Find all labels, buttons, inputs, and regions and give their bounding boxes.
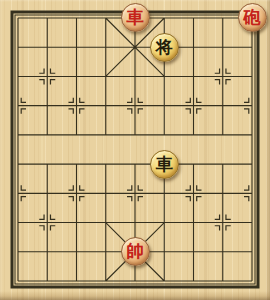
- intersection-f0-r5[interactable]: [3, 149, 32, 178]
- intersection-f6-r1[interactable]: [179, 33, 208, 62]
- intersection-f7-r3[interactable]: [208, 91, 237, 120]
- intersection-f1-r7[interactable]: [33, 208, 62, 237]
- intersection-f5-r0[interactable]: [150, 3, 179, 32]
- intersection-f7-r6[interactable]: [208, 179, 237, 208]
- intersection-f7-r0[interactable]: [208, 3, 237, 32]
- intersection-f2-r2[interactable]: [62, 62, 91, 91]
- black-general[interactable]: 将: [150, 33, 179, 62]
- intersection-f4-r9[interactable]: [120, 266, 149, 295]
- intersection-f8-r3[interactable]: [237, 91, 266, 120]
- intersection-f4-r7[interactable]: [120, 208, 149, 237]
- intersection-f6-r2[interactable]: [179, 62, 208, 91]
- piece-glyph: 車: [127, 9, 144, 26]
- intersection-f2-r6[interactable]: [62, 179, 91, 208]
- intersection-f4-r2[interactable]: [120, 62, 149, 91]
- intersection-f5-r4[interactable]: [150, 120, 179, 149]
- intersection-f5-r9[interactable]: [150, 266, 179, 295]
- intersection-f4-r5[interactable]: [120, 149, 149, 178]
- red-chariot[interactable]: 車: [121, 3, 150, 32]
- intersection-f1-r4[interactable]: [33, 120, 62, 149]
- intersection-f8-r9[interactable]: [237, 266, 266, 295]
- intersection-f0-r6[interactable]: [3, 179, 32, 208]
- intersection-f3-r7[interactable]: [91, 208, 120, 237]
- intersection-f8-r5[interactable]: [237, 149, 266, 178]
- intersection-f1-r8[interactable]: [33, 237, 62, 266]
- intersection-f3-r1[interactable]: [91, 33, 120, 62]
- xiangqi-board[interactable]: 車砲将車帥: [3, 3, 266, 295]
- piece-glyph: 将: [156, 38, 173, 55]
- intersection-f1-r3[interactable]: [33, 91, 62, 120]
- intersection-f3-r0[interactable]: [91, 3, 120, 32]
- intersection-f8-r0[interactable]: 砲: [237, 3, 266, 32]
- intersection-f7-r1[interactable]: [208, 33, 237, 62]
- intersection-f2-r0[interactable]: [62, 3, 91, 32]
- intersection-f5-r1[interactable]: 将: [150, 33, 179, 62]
- intersection-f3-r9[interactable]: [91, 266, 120, 295]
- red-general[interactable]: 帥: [121, 237, 150, 266]
- intersection-f6-r6[interactable]: [179, 179, 208, 208]
- intersection-f2-r7[interactable]: [62, 208, 91, 237]
- intersection-f0-r0[interactable]: [3, 3, 32, 32]
- intersection-f8-r8[interactable]: [237, 237, 266, 266]
- intersection-f7-r5[interactable]: [208, 149, 237, 178]
- black-chariot[interactable]: 車: [150, 150, 179, 179]
- intersection-f4-r4[interactable]: [120, 120, 149, 149]
- intersection-f7-r7[interactable]: [208, 208, 237, 237]
- intersection-f4-r3[interactable]: [120, 91, 149, 120]
- intersection-f3-r5[interactable]: [91, 149, 120, 178]
- intersection-f8-r6[interactable]: [237, 179, 266, 208]
- intersection-f6-r4[interactable]: [179, 120, 208, 149]
- intersection-f3-r6[interactable]: [91, 179, 120, 208]
- intersection-f2-r4[interactable]: [62, 120, 91, 149]
- intersection-f7-r8[interactable]: [208, 237, 237, 266]
- intersection-f6-r5[interactable]: [179, 149, 208, 178]
- intersection-f0-r9[interactable]: [3, 266, 32, 295]
- intersection-f7-r2[interactable]: [208, 62, 237, 91]
- intersection-f0-r3[interactable]: [3, 91, 32, 120]
- intersection-f2-r8[interactable]: [62, 237, 91, 266]
- xiangqi-app: 車砲将車帥: [0, 0, 270, 300]
- intersection-f1-r1[interactable]: [33, 33, 62, 62]
- intersection-f8-r7[interactable]: [237, 208, 266, 237]
- intersection-f0-r8[interactable]: [3, 237, 32, 266]
- intersection-f6-r9[interactable]: [179, 266, 208, 295]
- intersection-f6-r8[interactable]: [179, 237, 208, 266]
- intersection-f5-r6[interactable]: [150, 179, 179, 208]
- piece-glyph: 砲: [244, 9, 261, 26]
- intersection-f8-r4[interactable]: [237, 120, 266, 149]
- intersection-f8-r2[interactable]: [237, 62, 266, 91]
- intersection-f6-r7[interactable]: [179, 208, 208, 237]
- intersection-f0-r2[interactable]: [3, 62, 32, 91]
- intersection-f1-r9[interactable]: [33, 266, 62, 295]
- intersection-f0-r4[interactable]: [3, 120, 32, 149]
- intersection-f3-r4[interactable]: [91, 120, 120, 149]
- intersection-f4-r8[interactable]: 帥: [120, 237, 149, 266]
- piece-glyph: 帥: [127, 243, 144, 260]
- intersection-f3-r3[interactable]: [91, 91, 120, 120]
- intersection-f0-r1[interactable]: [3, 33, 32, 62]
- intersection-f8-r1[interactable]: [237, 33, 266, 62]
- intersection-f3-r8[interactable]: [91, 237, 120, 266]
- intersection-f5-r7[interactable]: [150, 208, 179, 237]
- intersection-f1-r6[interactable]: [33, 179, 62, 208]
- intersection-f3-r2[interactable]: [91, 62, 120, 91]
- intersection-f2-r5[interactable]: [62, 149, 91, 178]
- intersection-f4-r0[interactable]: 車: [120, 3, 149, 32]
- intersection-f4-r6[interactable]: [120, 179, 149, 208]
- intersection-f5-r2[interactable]: [150, 62, 179, 91]
- intersection-f5-r8[interactable]: [150, 237, 179, 266]
- intersection-f2-r3[interactable]: [62, 91, 91, 120]
- intersection-f5-r5[interactable]: 車: [150, 149, 179, 178]
- intersection-f2-r1[interactable]: [62, 33, 91, 62]
- intersection-f4-r1[interactable]: [120, 33, 149, 62]
- intersection-f6-r3[interactable]: [179, 91, 208, 120]
- intersection-f5-r3[interactable]: [150, 91, 179, 120]
- intersection-f1-r5[interactable]: [33, 149, 62, 178]
- intersection-f0-r7[interactable]: [3, 208, 32, 237]
- intersection-f2-r9[interactable]: [62, 266, 91, 295]
- intersection-f7-r4[interactable]: [208, 120, 237, 149]
- intersection-f7-r9[interactable]: [208, 266, 237, 295]
- piece-glyph: 車: [156, 155, 173, 172]
- intersection-f1-r2[interactable]: [33, 62, 62, 91]
- red-cannon[interactable]: 砲: [238, 3, 267, 32]
- intersection-f6-r0[interactable]: [179, 3, 208, 32]
- intersection-f1-r0[interactable]: [33, 3, 62, 32]
